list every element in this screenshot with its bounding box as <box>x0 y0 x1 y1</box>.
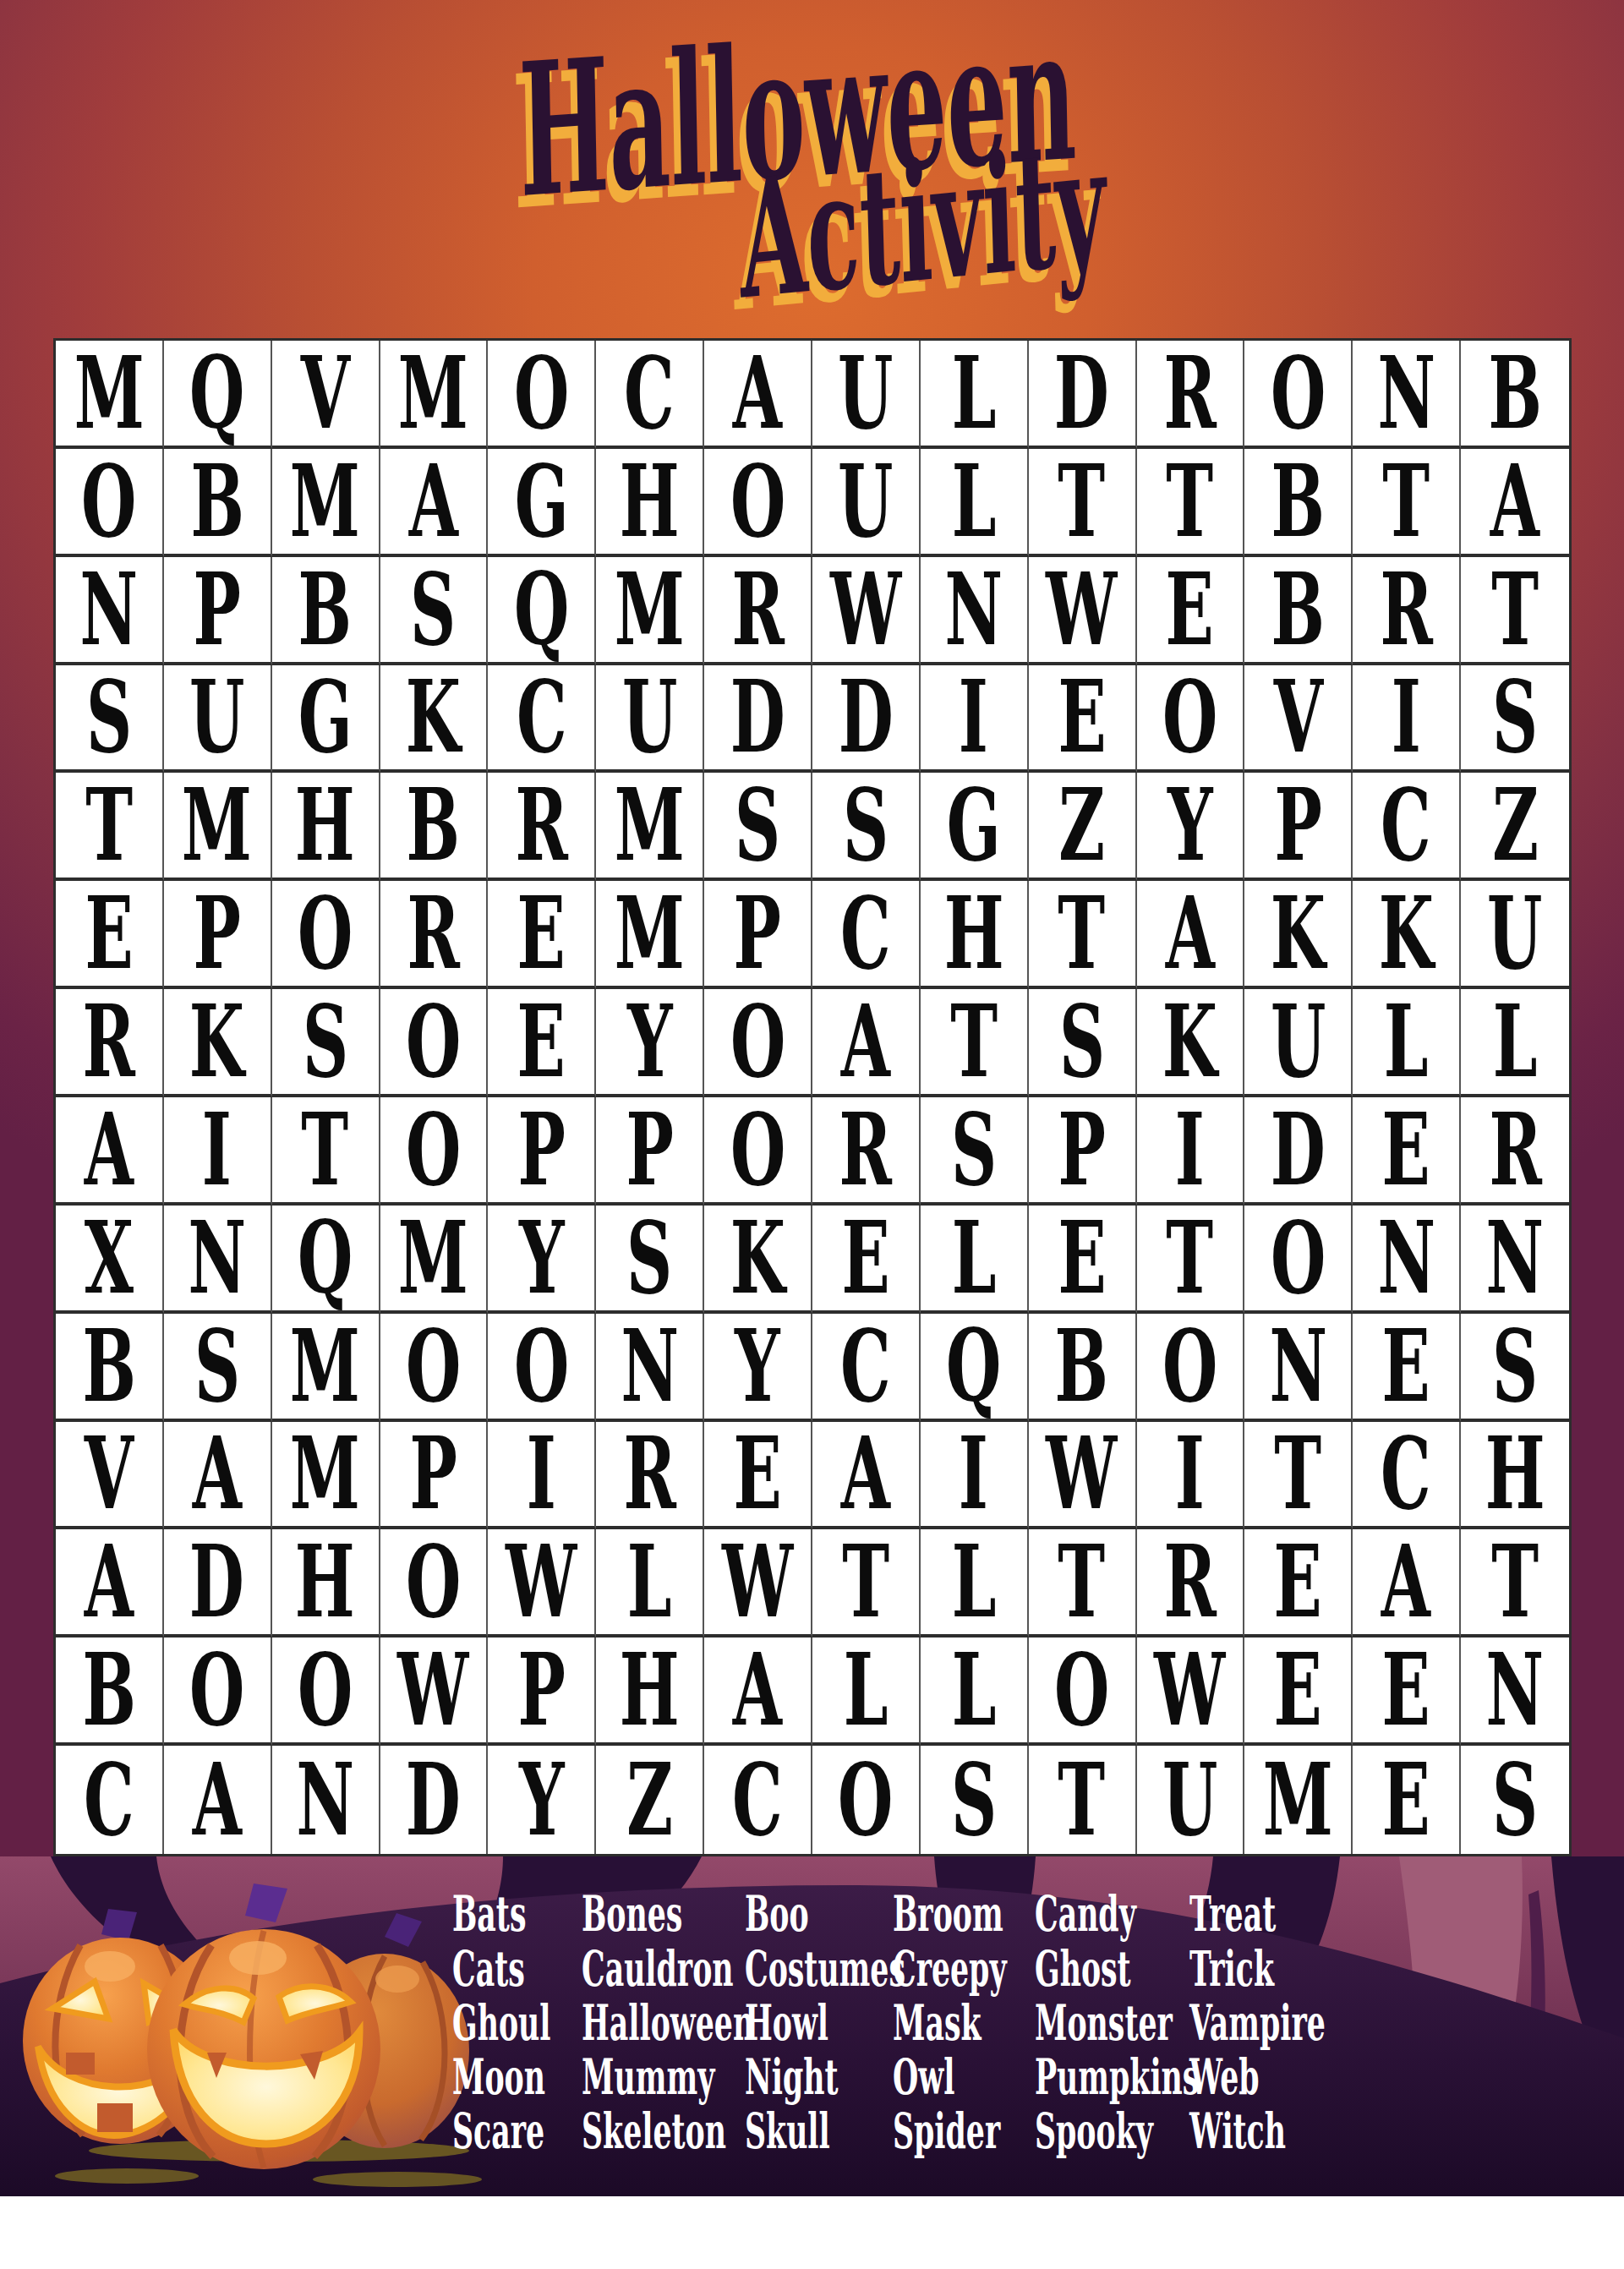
word-list-item-scare[interactable]: Scare <box>452 2103 550 2157</box>
grid-cell-r3c6[interactable]: M <box>596 557 704 665</box>
grid-cell-r13c1[interactable]: B <box>56 1638 164 1746</box>
grid-letter: W <box>506 1532 577 1632</box>
grid-cell-r2c4[interactable]: A <box>380 449 489 557</box>
grid-cell-r5c1[interactable]: T <box>56 773 164 881</box>
grid-letter: N <box>621 1316 679 1416</box>
grid-cell-r9c4[interactable]: M <box>380 1206 489 1314</box>
grid-cell-r1c9[interactable]: L <box>921 341 1029 449</box>
grid-cell-r8c9[interactable]: S <box>921 1097 1029 1206</box>
grid-cell-r10c12[interactable]: N <box>1244 1314 1353 1422</box>
grid-letter: T <box>1167 451 1214 551</box>
grid-cell-r2c3[interactable]: M <box>272 449 380 557</box>
grid-letter: A <box>85 1100 134 1200</box>
word-list-item-ghost[interactable]: Ghost <box>1035 1941 1199 1995</box>
grid-cell-r11c7[interactable]: E <box>704 1422 812 1530</box>
grid-cell-r11c2[interactable]: A <box>164 1422 272 1530</box>
grid-cell-r10c8[interactable]: C <box>812 1314 921 1422</box>
grid-cell-r1c13[interactable]: N <box>1353 341 1461 449</box>
grid-cell-r12c11[interactable]: R <box>1137 1529 1245 1638</box>
grid-cell-r6c4[interactable]: R <box>380 881 489 989</box>
grid-cell-r8c3[interactable]: T <box>272 1097 380 1206</box>
word-list-item-skeleton[interactable]: Skeleton <box>582 2103 754 2157</box>
grid-letter: T <box>1058 451 1106 551</box>
grid-letter: Y <box>1167 775 1213 875</box>
grid-cell-r14c9[interactable]: S <box>921 1746 1029 1854</box>
word-list-item-pumpkins[interactable]: Pumpkins <box>1035 2049 1199 2103</box>
grid-cell-r7c9[interactable]: T <box>921 989 1029 1097</box>
grid-letter: K <box>189 992 244 1091</box>
grid-letter: O <box>730 992 785 1091</box>
grid-cell-r3c4[interactable]: S <box>380 557 489 665</box>
grid-cell-r6c7[interactable]: P <box>704 881 812 989</box>
grid-cell-r4c8[interactable]: D <box>812 665 921 774</box>
grid-cell-r1c3[interactable]: V <box>272 341 380 449</box>
grid-cell-r9c6[interactable]: S <box>596 1206 704 1314</box>
grid-letter: P <box>517 1640 565 1740</box>
grid-cell-r3c5[interactable]: Q <box>488 557 596 665</box>
grid-cell-r10c2[interactable]: S <box>164 1314 272 1422</box>
grid-cell-r6c12[interactable]: K <box>1244 881 1353 989</box>
grid-letter: P <box>734 883 781 983</box>
grid-cell-r7c11[interactable]: K <box>1137 989 1245 1097</box>
bottom-white-margin <box>0 2196 1624 2269</box>
grid-cell-r9c7[interactable]: K <box>704 1206 812 1314</box>
grid-cell-r12c4[interactable]: O <box>380 1529 489 1638</box>
grid-letter: C <box>516 667 566 767</box>
word-list-item-cats[interactable]: Cats <box>452 1941 550 1995</box>
grid-letter: O <box>189 1640 244 1740</box>
grid-cell-r14c2[interactable]: A <box>164 1746 272 1854</box>
word-list-item-howl[interactable]: Howl <box>745 1995 905 2049</box>
grid-cell-r4c13[interactable]: I <box>1353 665 1461 774</box>
grid-cell-r5c3[interactable]: H <box>272 773 380 881</box>
grid-letter: R <box>623 1424 675 1523</box>
grid-cell-r4c2[interactable]: U <box>164 665 272 774</box>
grid-cell-r10c4[interactable]: O <box>380 1314 489 1422</box>
grid-cell-r10c14[interactable]: S <box>1461 1314 1569 1422</box>
grid-cell-r9c14[interactable]: N <box>1461 1206 1569 1314</box>
grid-cell-r11c6[interactable]: R <box>596 1422 704 1530</box>
grid-cell-r7c6[interactable]: Y <box>596 989 704 1097</box>
grid-letter: O <box>1271 1208 1326 1308</box>
grid-letter: O <box>838 1750 893 1850</box>
grid-letter: S <box>951 1100 997 1200</box>
grid-cell-r13c13[interactable]: E <box>1353 1638 1461 1746</box>
word-list-column-3: BooCostumesHowlNightSkull <box>745 1887 905 2157</box>
grid-cell-r2c2[interactable]: B <box>164 449 272 557</box>
grid-cell-r13c2[interactable]: O <box>164 1638 272 1746</box>
grid-letter: T <box>1058 883 1106 983</box>
grid-cell-r13c7[interactable]: A <box>704 1638 812 1746</box>
grid-cell-r7c10[interactable]: S <box>1029 989 1137 1097</box>
grid-cell-r12c3[interactable]: H <box>272 1529 380 1638</box>
grid-cell-r11c5[interactable]: I <box>488 1422 596 1530</box>
grid-cell-r12c7[interactable]: W <box>704 1529 812 1638</box>
grid-cell-r6c10[interactable]: T <box>1029 881 1137 989</box>
grid-cell-r9c5[interactable]: Y <box>488 1206 596 1314</box>
grid-cell-r5c5[interactable]: R <box>488 773 596 881</box>
grid-cell-r8c8[interactable]: R <box>812 1097 921 1206</box>
grid-cell-r2c8[interactable]: U <box>812 449 921 557</box>
grid-cell-r10c9[interactable]: Q <box>921 1314 1029 1422</box>
grid-letter: M <box>1263 1750 1333 1850</box>
grid-cell-r8c10[interactable]: P <box>1029 1097 1137 1206</box>
grid-cell-r11c12[interactable]: T <box>1244 1422 1353 1530</box>
grid-cell-r13c3[interactable]: O <box>272 1638 380 1746</box>
grid-cell-r7c8[interactable]: A <box>812 989 921 1097</box>
grid-cell-r9c2[interactable]: N <box>164 1206 272 1314</box>
grid-cell-r6c2[interactable]: P <box>164 881 272 989</box>
word-list-item-witch[interactable]: Witch <box>1189 2103 1326 2157</box>
grid-letter: D <box>406 1750 461 1850</box>
grid-cell-r2c14[interactable]: A <box>1461 449 1569 557</box>
grid-cell-r11c4[interactable]: P <box>380 1422 489 1530</box>
grid-cell-r5c6[interactable]: M <box>596 773 704 881</box>
word-list-item-creepy[interactable]: Creepy <box>893 1941 1007 1995</box>
grid-cell-r14c4[interactable]: D <box>380 1746 489 1854</box>
grid-cell-r6c5[interactable]: E <box>488 881 596 989</box>
grid-cell-r4c1[interactable]: S <box>56 665 164 774</box>
grid-cell-r13c8[interactable]: L <box>812 1638 921 1746</box>
grid-letter: R <box>83 992 135 1091</box>
word-list-column-5: CandyGhostMonsterPumpkinsSpooky <box>1035 1887 1199 2157</box>
grid-cell-r11c9[interactable]: I <box>921 1422 1029 1530</box>
word-list-item-candy[interactable]: Candy <box>1035 1887 1199 1941</box>
grid-letter: M <box>615 883 685 983</box>
grid-letter: O <box>1162 1316 1217 1416</box>
grid-letter: O <box>730 451 785 551</box>
word-list-item-spider[interactable]: Spider <box>893 2103 1007 2157</box>
grid-cell-r14c1[interactable]: C <box>56 1746 164 1854</box>
grid-letter: W <box>397 1640 468 1740</box>
grid-cell-r4c5[interactable]: C <box>488 665 596 774</box>
word-list-item-moon[interactable]: Moon <box>452 2049 550 2103</box>
word-list-item-boo[interactable]: Boo <box>745 1887 905 1941</box>
word-list-item-skull[interactable]: Skull <box>745 2103 905 2157</box>
grid-cell-r1c6[interactable]: C <box>596 341 704 449</box>
grid-cell-r2c13[interactable]: T <box>1353 449 1461 557</box>
grid-letter: W <box>1047 1424 1118 1523</box>
grid-letter: E <box>1166 560 1214 659</box>
grid-letter: E <box>517 883 566 983</box>
grid-cell-r4c3[interactable]: G <box>272 665 380 774</box>
grid-letter: S <box>86 667 132 767</box>
grid-cell-r12c6[interactable]: L <box>596 1529 704 1638</box>
grid-cell-r3c7[interactable]: R <box>704 557 812 665</box>
grid-letter: E <box>1382 1750 1430 1850</box>
grid-letter: B <box>82 1316 135 1416</box>
grid-cell-r8c6[interactable]: P <box>596 1097 704 1206</box>
grid-cell-r4c10[interactable]: E <box>1029 665 1137 774</box>
grid-cell-r3c1[interactable]: N <box>56 557 164 665</box>
grid-cell-r13c10[interactable]: O <box>1029 1638 1137 1746</box>
grid-cell-r14c8[interactable]: O <box>812 1746 921 1854</box>
grid-letter: D <box>838 667 893 767</box>
grid-cell-r14c3[interactable]: N <box>272 1746 380 1854</box>
grid-cell-r2c1[interactable]: O <box>56 449 164 557</box>
grid-cell-r14c14[interactable]: S <box>1461 1746 1569 1854</box>
grid-cell-r8c2[interactable]: I <box>164 1097 272 1206</box>
grid-cell-r7c5[interactable]: E <box>488 989 596 1097</box>
grid-cell-r14c12[interactable]: M <box>1244 1746 1353 1854</box>
grid-cell-r4c9[interactable]: I <box>921 665 1029 774</box>
grid-cell-r12c8[interactable]: T <box>812 1529 921 1638</box>
word-list-item-monster[interactable]: Monster <box>1035 1995 1199 2049</box>
grid-cell-r8c11[interactable]: I <box>1137 1097 1245 1206</box>
grid-cell-r10c6[interactable]: N <box>596 1314 704 1422</box>
grid-cell-r2c9[interactable]: L <box>921 449 1029 557</box>
grid-cell-r1c5[interactable]: O <box>488 341 596 449</box>
grid-cell-r13c6[interactable]: H <box>596 1638 704 1746</box>
grid-letter: C <box>1381 1424 1431 1523</box>
grid-cell-r11c3[interactable]: M <box>272 1422 380 1530</box>
word-list-item-mummy[interactable]: Mummy <box>582 2049 754 2103</box>
grid-cell-r8c7[interactable]: O <box>704 1097 812 1206</box>
grid-cell-r6c6[interactable]: M <box>596 881 704 989</box>
grid-cell-r9c1[interactable]: X <box>56 1206 164 1314</box>
grid-cell-r13c12[interactable]: E <box>1244 1638 1353 1746</box>
grid-cell-r6c13[interactable]: K <box>1353 881 1461 989</box>
grid-letter: C <box>1381 775 1431 875</box>
grid-cell-r2c10[interactable]: T <box>1029 449 1137 557</box>
grid-cell-r1c4[interactable]: M <box>380 341 489 449</box>
grid-cell-r8c5[interactable]: P <box>488 1097 596 1206</box>
grid-cell-r12c9[interactable]: L <box>921 1529 1029 1638</box>
grid-cell-r12c5[interactable]: W <box>488 1529 596 1638</box>
grid-letter: E <box>85 883 133 983</box>
grid-cell-r10c11[interactable]: O <box>1137 1314 1245 1422</box>
grid-cell-r9c12[interactable]: O <box>1244 1206 1353 1314</box>
grid-letter: L <box>951 451 996 551</box>
grid-letter: C <box>84 1750 134 1850</box>
word-list-item-treat[interactable]: Treat <box>1189 1887 1326 1941</box>
grid-cell-r4c14[interactable]: S <box>1461 665 1569 774</box>
grid-cell-r1c12[interactable]: O <box>1244 341 1353 449</box>
grid-cell-r10c7[interactable]: Y <box>704 1314 812 1422</box>
grid-letter: O <box>514 343 569 443</box>
grid-letter: O <box>1162 667 1217 767</box>
grid-cell-r4c7[interactable]: D <box>704 665 812 774</box>
grid-cell-r1c14[interactable]: B <box>1461 341 1569 449</box>
grid-cell-r12c13[interactable]: A <box>1353 1529 1461 1638</box>
grid-letter: S <box>1492 1750 1538 1850</box>
grid-cell-r1c1[interactable]: M <box>56 341 164 449</box>
grid-cell-r11c14[interactable]: H <box>1461 1422 1569 1530</box>
grid-letter: K <box>1162 992 1217 1091</box>
grid-cell-r5c9[interactable]: G <box>921 773 1029 881</box>
grid-cell-r5c2[interactable]: M <box>164 773 272 881</box>
grid-cell-r7c12[interactable]: U <box>1244 989 1353 1097</box>
grid-letter: T <box>1058 1750 1106 1850</box>
grid-cell-r9c13[interactable]: N <box>1353 1206 1461 1314</box>
grid-cell-r11c1[interactable]: V <box>56 1422 164 1530</box>
grid-cell-r8c1[interactable]: A <box>56 1097 164 1206</box>
grid-letter: L <box>1384 992 1429 1091</box>
grid-cell-r13c11[interactable]: W <box>1137 1638 1245 1746</box>
grid-cell-r9c3[interactable]: Q <box>272 1206 380 1314</box>
grid-cell-r13c9[interactable]: L <box>921 1638 1029 1746</box>
grid-cell-r11c13[interactable]: C <box>1353 1422 1461 1530</box>
grid-letter: P <box>1274 775 1321 875</box>
grid-cell-r2c7[interactable]: O <box>704 449 812 557</box>
grid-letter: S <box>303 992 348 1091</box>
grid-cell-r11c11[interactable]: I <box>1137 1422 1245 1530</box>
grid-cell-r14c7[interactable]: C <box>704 1746 812 1854</box>
grid-letter: G <box>514 451 568 551</box>
grid-cell-r5c11[interactable]: Y <box>1137 773 1245 881</box>
grid-cell-r6c9[interactable]: H <box>921 881 1029 989</box>
grid-cell-r4c4[interactable]: K <box>380 665 489 774</box>
grid-cell-r3c11[interactable]: E <box>1137 557 1245 665</box>
grid-letter: W <box>1154 1640 1225 1740</box>
word-list-item-owl[interactable]: Owl <box>893 2049 1007 2103</box>
grid-letter: A <box>85 1532 134 1632</box>
grid-cell-r14c5[interactable]: Y <box>488 1746 596 1854</box>
grid-letter: Y <box>519 1208 565 1308</box>
grid-cell-r6c3[interactable]: O <box>272 881 380 989</box>
grid-cell-r13c4[interactable]: W <box>380 1638 489 1746</box>
grid-cell-r5c10[interactable]: Z <box>1029 773 1137 881</box>
grid-cell-r13c5[interactable]: P <box>488 1638 596 1746</box>
grid-cell-r8c12[interactable]: D <box>1244 1097 1353 1206</box>
grid-letter: A <box>841 1424 890 1523</box>
grid-cell-r7c3[interactable]: S <box>272 989 380 1097</box>
grid-letter: N <box>188 1208 246 1308</box>
grid-cell-r14c6[interactable]: Z <box>596 1746 704 1854</box>
grid-cell-r12c12[interactable]: E <box>1244 1529 1353 1638</box>
grid-letter: N <box>1377 343 1435 443</box>
grid-letter: N <box>296 1750 354 1850</box>
grid-cell-r13c14[interactable]: N <box>1461 1638 1569 1746</box>
grid-letter: S <box>626 1208 672 1308</box>
grid-cell-r3c2[interactable]: P <box>164 557 272 665</box>
grid-cell-r5c4[interactable]: B <box>380 773 489 881</box>
grid-cell-r5c14[interactable]: Z <box>1461 773 1569 881</box>
grid-cell-r3c13[interactable]: R <box>1353 557 1461 665</box>
grid-cell-r3c10[interactable]: W <box>1029 557 1137 665</box>
grid-cell-r5c8[interactable]: S <box>812 773 921 881</box>
grid-cell-r8c14[interactable]: R <box>1461 1097 1569 1206</box>
grid-cell-r6c11[interactable]: A <box>1137 881 1245 989</box>
word-list-item-ghoul[interactable]: Ghoul <box>452 1995 550 2049</box>
grid-cell-r7c14[interactable]: L <box>1461 989 1569 1097</box>
word-list-item-web[interactable]: Web <box>1189 2049 1326 2103</box>
grid-cell-r1c11[interactable]: R <box>1137 341 1245 449</box>
grid-cell-r14c11[interactable]: U <box>1137 1746 1245 1854</box>
grid-letter: T <box>302 1100 349 1200</box>
grid-letter: Y <box>626 992 672 1091</box>
grid-cell-r7c7[interactable]: O <box>704 989 812 1097</box>
word-list-item-halloween[interactable]: Halloween <box>582 1995 754 2049</box>
grid-cell-r14c13[interactable]: E <box>1353 1746 1461 1854</box>
grid-letter: S <box>194 1316 240 1416</box>
grid-cell-r6c1[interactable]: E <box>56 881 164 989</box>
grid-cell-r12c1[interactable]: A <box>56 1529 164 1638</box>
grid-cell-r7c13[interactable]: L <box>1353 989 1461 1097</box>
grid-cell-r3c9[interactable]: N <box>921 557 1029 665</box>
grid-cell-r3c12[interactable]: B <box>1244 557 1353 665</box>
grid-cell-r1c10[interactable]: D <box>1029 341 1137 449</box>
grid-letter: P <box>409 1424 457 1523</box>
grid-cell-r3c8[interactable]: W <box>812 557 921 665</box>
halloween-word-search-page: Halloween Activity MQVMOCAULDRONBOBMAGHO… <box>0 0 1624 2269</box>
grid-cell-r5c13[interactable]: C <box>1353 773 1461 881</box>
grid-cell-r10c10[interactable]: B <box>1029 1314 1137 1422</box>
word-list-item-costumes[interactable]: Costumes <box>745 1941 905 1995</box>
grid-cell-r14c10[interactable]: T <box>1029 1746 1137 1854</box>
grid-letter: E <box>1058 667 1106 767</box>
grid-cell-r12c10[interactable]: T <box>1029 1529 1137 1638</box>
grid-cell-r4c12[interactable]: V <box>1244 665 1353 774</box>
grid-letter: A <box>733 1640 782 1740</box>
grid-cell-r12c14[interactable]: T <box>1461 1529 1569 1638</box>
grid-cell-r12c2[interactable]: D <box>164 1529 272 1638</box>
grid-cell-r11c8[interactable]: A <box>812 1422 921 1530</box>
grid-letter: S <box>410 560 456 659</box>
grid-cell-r6c14[interactable]: U <box>1461 881 1569 989</box>
grid-cell-r8c13[interactable]: E <box>1353 1097 1461 1206</box>
grid-cell-r4c11[interactable]: O <box>1137 665 1245 774</box>
grid-cell-r10c3[interactable]: M <box>272 1314 380 1422</box>
grid-letter: D <box>730 667 785 767</box>
grid-cell-r9c10[interactable]: E <box>1029 1206 1137 1314</box>
grid-cell-r1c2[interactable]: Q <box>164 341 272 449</box>
grid-cell-r7c2[interactable]: K <box>164 989 272 1097</box>
word-list-item-mask[interactable]: Mask <box>893 1995 1007 2049</box>
grid-cell-r10c5[interactable]: O <box>488 1314 596 1422</box>
grid-cell-r3c3[interactable]: B <box>272 557 380 665</box>
grid-letter: Y <box>519 1750 565 1850</box>
grid-letter: P <box>194 560 241 659</box>
grid-letter: G <box>298 667 353 767</box>
grid-letter: L <box>951 1640 996 1740</box>
grid-cell-r10c1[interactable]: B <box>56 1314 164 1422</box>
grid-letter: P <box>194 883 241 983</box>
grid-cell-r6c8[interactable]: C <box>812 881 921 989</box>
word-list-item-broom[interactable]: Broom <box>893 1887 1007 1941</box>
grid-cell-r2c5[interactable]: G <box>488 449 596 557</box>
grid-letter: I <box>1175 1100 1205 1200</box>
grid-letter: H <box>620 451 680 551</box>
grid-cell-r7c1[interactable]: R <box>56 989 164 1097</box>
grid-cell-r4c6[interactable]: U <box>596 665 704 774</box>
grid-cell-r2c12[interactable]: B <box>1244 449 1353 557</box>
grid-cell-r11c10[interactable]: W <box>1029 1422 1137 1530</box>
word-list-item-vampire[interactable]: Vampire <box>1189 1995 1326 2049</box>
word-list-item-spooky[interactable]: Spooky <box>1035 2103 1199 2157</box>
word-list-item-night[interactable]: Night <box>745 2049 905 2103</box>
word-list-item-trick[interactable]: Trick <box>1189 1941 1326 1995</box>
grid-cell-r5c7[interactable]: S <box>704 773 812 881</box>
grid-cell-r1c7[interactable]: A <box>704 341 812 449</box>
grid-cell-r9c9[interactable]: L <box>921 1206 1029 1314</box>
word-list-item-bats[interactable]: Bats <box>452 1887 550 1941</box>
grid-cell-r7c4[interactable]: O <box>380 989 489 1097</box>
grid-cell-r1c8[interactable]: U <box>812 341 921 449</box>
word-list-item-bones[interactable]: Bones <box>582 1887 754 1941</box>
grid-cell-r5c12[interactable]: P <box>1244 773 1353 881</box>
word-list-item-cauldron[interactable]: Cauldron <box>582 1941 754 1995</box>
grid-cell-r8c4[interactable]: O <box>380 1097 489 1206</box>
grid-cell-r3c14[interactable]: T <box>1461 557 1569 665</box>
grid-cell-r9c8[interactable]: E <box>812 1206 921 1314</box>
grid-letter: H <box>295 775 355 875</box>
grid-cell-r2c11[interactable]: T <box>1137 449 1245 557</box>
grid-cell-r2c6[interactable]: H <box>596 449 704 557</box>
grid-cell-r10c13[interactable]: E <box>1353 1314 1461 1422</box>
grid-cell-r9c11[interactable]: T <box>1137 1206 1245 1314</box>
word-list-column-1: BatsCatsGhoulMoonScare <box>452 1887 550 2157</box>
